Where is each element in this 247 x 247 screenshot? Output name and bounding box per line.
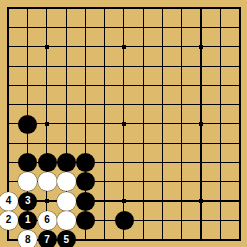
board-cell	[230, 192, 247, 211]
board-cell	[115, 57, 134, 76]
board-cell	[172, 211, 191, 230]
board-cell: 6	[38, 211, 57, 230]
board-cell	[172, 115, 191, 134]
board-cell	[230, 211, 247, 230]
board-cell	[211, 192, 230, 211]
board-cell	[192, 0, 211, 18]
board-cell	[211, 230, 230, 247]
board-cell	[172, 0, 191, 18]
board-cell	[76, 134, 95, 153]
board-cell	[0, 172, 18, 191]
board-cell	[0, 57, 18, 76]
board-cell	[230, 153, 247, 172]
hoshi-point	[199, 122, 204, 127]
board-cell	[95, 172, 114, 191]
black-stone-move-1: 1	[18, 211, 37, 230]
board-cell	[76, 18, 95, 37]
board-cell	[211, 115, 230, 134]
board-cell	[57, 115, 76, 134]
board-cell	[95, 95, 114, 114]
hoshi-point	[122, 122, 127, 127]
board-cell	[134, 95, 153, 114]
board-cell	[172, 192, 191, 211]
board-cell	[134, 76, 153, 95]
board-cell	[230, 95, 247, 114]
board-cell	[192, 230, 211, 247]
board-cell	[115, 153, 134, 172]
board-cell	[0, 38, 18, 57]
board-cell	[76, 211, 95, 230]
board-cell	[153, 18, 172, 37]
board-cell	[18, 95, 37, 114]
board-cell	[153, 57, 172, 76]
board-cell	[192, 211, 211, 230]
white-stone-move-8: 8	[18, 230, 37, 247]
board-cell	[192, 95, 211, 114]
board-cell	[134, 0, 153, 18]
board-cell	[172, 18, 191, 37]
hoshi-point	[45, 45, 50, 50]
board-cell	[211, 153, 230, 172]
board-cell	[38, 76, 57, 95]
black-stone	[76, 172, 95, 191]
board-cell	[95, 0, 114, 18]
board-cell	[76, 38, 95, 57]
board-cell	[115, 134, 134, 153]
board-cell	[0, 18, 18, 37]
board-cell	[134, 134, 153, 153]
board-cell	[134, 211, 153, 230]
board-cell	[38, 172, 57, 191]
board-cell	[0, 230, 18, 247]
board-cell	[230, 172, 247, 191]
board-cell	[76, 95, 95, 114]
board-cell	[134, 57, 153, 76]
board-cell	[38, 38, 57, 57]
board-cell	[95, 38, 114, 57]
board-cell: 7	[38, 230, 57, 247]
white-stone	[38, 172, 57, 191]
board-cell	[0, 95, 18, 114]
board-cell	[76, 192, 95, 211]
board-cell	[172, 172, 191, 191]
white-stone	[57, 211, 76, 230]
board-cell	[153, 95, 172, 114]
board-cell	[18, 38, 37, 57]
board-cell	[153, 0, 172, 18]
board-cell	[0, 0, 18, 18]
board-cell	[57, 95, 76, 114]
board-cell	[153, 115, 172, 134]
black-stone-move-3: 3	[18, 192, 37, 211]
board-cell	[115, 38, 134, 57]
hoshi-point	[122, 45, 127, 50]
black-stone-move-7: 7	[38, 230, 57, 247]
board-cell	[134, 153, 153, 172]
board-cell	[115, 115, 134, 134]
board-cell	[211, 38, 230, 57]
board-cell: 1	[18, 211, 37, 230]
board-cell	[192, 115, 211, 134]
board-cell	[211, 0, 230, 18]
board-cell	[57, 76, 76, 95]
board-cell	[230, 134, 247, 153]
board-cell	[95, 211, 114, 230]
board-cell	[192, 18, 211, 37]
black-stone	[38, 153, 57, 172]
board-cell	[153, 172, 172, 191]
board-cell	[0, 153, 18, 172]
board-cell	[153, 76, 172, 95]
hoshi-point	[45, 122, 50, 127]
board-cell	[115, 0, 134, 18]
board-cell	[95, 76, 114, 95]
white-stone-move-4: 4	[0, 192, 18, 211]
board-cell	[134, 38, 153, 57]
board-cell	[57, 172, 76, 191]
board-cell	[153, 153, 172, 172]
board-cell	[192, 134, 211, 153]
board-cell	[57, 134, 76, 153]
black-stone-move-5: 5	[57, 230, 76, 247]
board-cell	[18, 172, 37, 191]
board-cell	[115, 230, 134, 247]
white-stone	[18, 172, 37, 191]
board-cell	[153, 134, 172, 153]
board-cell	[0, 115, 18, 134]
board-cell	[18, 153, 37, 172]
board-cell	[211, 76, 230, 95]
board-cell	[57, 18, 76, 37]
board-cell	[76, 76, 95, 95]
board-cell	[0, 76, 18, 95]
board-cell	[57, 38, 76, 57]
board-cell	[57, 211, 76, 230]
board-cell	[211, 172, 230, 191]
board-cell	[230, 76, 247, 95]
board-cell: 3	[18, 192, 37, 211]
board-cell: 2	[0, 211, 18, 230]
board-cell	[134, 115, 153, 134]
board-cell	[172, 134, 191, 153]
board-cell	[18, 76, 37, 95]
board-cell	[192, 38, 211, 57]
board-cell	[18, 18, 37, 37]
board-cell	[134, 192, 153, 211]
board-cell	[95, 230, 114, 247]
board-cell	[57, 192, 76, 211]
white-stone	[57, 172, 76, 191]
board-cell	[230, 230, 247, 247]
board-cell	[172, 76, 191, 95]
board-cell	[134, 230, 153, 247]
board-cell	[18, 115, 37, 134]
board-cell	[95, 134, 114, 153]
board-cell	[95, 115, 114, 134]
board-cell: 4	[0, 192, 18, 211]
board-cell	[115, 95, 134, 114]
board-cell	[76, 153, 95, 172]
black-stone	[18, 115, 37, 134]
board-cell	[38, 95, 57, 114]
board-cell	[211, 57, 230, 76]
board-cell	[38, 192, 57, 211]
board-cell	[153, 192, 172, 211]
go-board: 43216875	[0, 0, 247, 247]
board-cell	[192, 153, 211, 172]
board-cell	[38, 57, 57, 76]
board-cell: 5	[57, 230, 76, 247]
board-cell	[95, 18, 114, 37]
board-cell	[134, 18, 153, 37]
board-cell	[76, 0, 95, 18]
white-stone	[57, 192, 76, 211]
board-cell	[115, 211, 134, 230]
board-cell	[172, 57, 191, 76]
hoshi-point	[122, 199, 127, 204]
board-cell	[76, 57, 95, 76]
hoshi-point	[199, 45, 204, 50]
board-cell	[115, 172, 134, 191]
board-cell	[38, 115, 57, 134]
board-cell	[115, 18, 134, 37]
board-cell	[172, 95, 191, 114]
board-cell	[57, 153, 76, 172]
board-cell	[211, 18, 230, 37]
board-cell	[192, 57, 211, 76]
board-cell	[57, 57, 76, 76]
board-cell	[18, 57, 37, 76]
board-cell	[38, 18, 57, 37]
board-cell	[211, 95, 230, 114]
board-cell	[172, 153, 191, 172]
board-cell	[38, 153, 57, 172]
board-cell	[230, 57, 247, 76]
board-cell: 8	[18, 230, 37, 247]
board-cell	[57, 0, 76, 18]
board-cell	[95, 57, 114, 76]
board-cell	[192, 76, 211, 95]
board-cell	[95, 192, 114, 211]
board-cell	[0, 134, 18, 153]
board-cell	[115, 76, 134, 95]
board-cell	[153, 38, 172, 57]
go-board-grid: 43216875	[0, 0, 247, 247]
board-cell	[115, 192, 134, 211]
board-cell	[76, 230, 95, 247]
board-cell	[172, 38, 191, 57]
board-cell	[192, 172, 211, 191]
black-stone	[76, 192, 95, 211]
board-cell	[211, 134, 230, 153]
board-cell	[153, 230, 172, 247]
board-cell	[230, 115, 247, 134]
board-cell	[230, 38, 247, 57]
board-cell	[95, 153, 114, 172]
board-cell	[230, 0, 247, 18]
board-cell	[38, 0, 57, 18]
black-stone	[76, 153, 95, 172]
black-stone	[57, 153, 76, 172]
hoshi-point	[199, 199, 204, 204]
black-stone	[18, 153, 37, 172]
board-cell	[211, 211, 230, 230]
black-stone	[115, 211, 134, 230]
board-cell	[192, 192, 211, 211]
board-cell	[153, 211, 172, 230]
board-cell	[18, 134, 37, 153]
board-cell	[76, 115, 95, 134]
white-stone-move-6: 6	[38, 211, 57, 230]
board-cell	[18, 0, 37, 18]
hoshi-point	[45, 199, 50, 204]
white-stone-move-2: 2	[0, 211, 18, 230]
black-stone	[76, 211, 95, 230]
board-cell	[230, 18, 247, 37]
board-cell	[172, 230, 191, 247]
board-cell	[38, 134, 57, 153]
board-cell	[134, 172, 153, 191]
board-cell	[76, 172, 95, 191]
